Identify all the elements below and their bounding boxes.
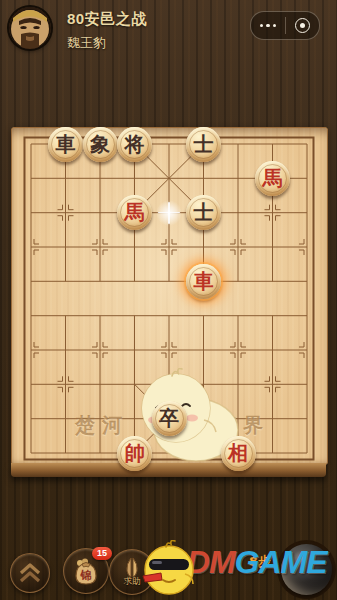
header-titles: 80安邑之战 魏王豹 — [67, 10, 147, 52]
river-text-left: 楚河 — [75, 412, 129, 439]
more-button[interactable] — [251, 12, 285, 39]
level-subtitle: 魏王豹 — [67, 34, 147, 52]
piece-black-士[interactable]: 士 — [186, 195, 221, 230]
help-label: 求助 — [124, 576, 141, 588]
piece-black-将[interactable]: 将 — [117, 127, 152, 162]
hint-bag-button[interactable]: 锦 15 — [63, 548, 109, 594]
piece-black-卒[interactable]: 卒 — [152, 401, 187, 436]
board-bottom-bevel — [11, 463, 326, 477]
piece-red-車[interactable]: 車 — [186, 264, 221, 299]
piece-red-馬[interactable]: 馬 — [255, 161, 290, 196]
watermark-game: GAME — [235, 544, 327, 580]
chevron-up-icon — [17, 561, 43, 585]
xiangqi-app: 80安邑之战 魏王豹 楚河 漢界 — [0, 0, 337, 600]
svg-text:锦: 锦 — [80, 569, 92, 582]
piece-black-士[interactable]: 士 — [186, 127, 221, 162]
general-portrait-icon — [9, 7, 51, 49]
level-title: 80安邑之战 — [67, 10, 147, 29]
circle-dot-icon — [295, 18, 310, 33]
bottom-mascot-chick — [139, 540, 199, 596]
piece-red-帥[interactable]: 帥 — [117, 436, 152, 471]
more-dots-icon — [260, 24, 277, 28]
header: 80安邑之战 魏王豹 — [0, 0, 337, 62]
miniprogram-capsule — [250, 11, 320, 40]
piece-red-相[interactable]: 相 — [221, 436, 256, 471]
piece-black-車[interactable]: 車 — [48, 127, 83, 162]
player-avatar[interactable] — [9, 7, 51, 49]
piece-black-象[interactable]: 象 — [83, 127, 118, 162]
expand-menu-button[interactable] — [10, 553, 50, 593]
hint-count-badge: 15 — [92, 547, 112, 560]
board[interactable]: 楚河 漢界 車象将士馬馬士車卒帥相 — [11, 127, 328, 465]
last-move-marker — [156, 200, 182, 226]
home-close-button[interactable] — [286, 12, 320, 39]
piece-red-馬[interactable]: 馬 — [117, 195, 152, 230]
